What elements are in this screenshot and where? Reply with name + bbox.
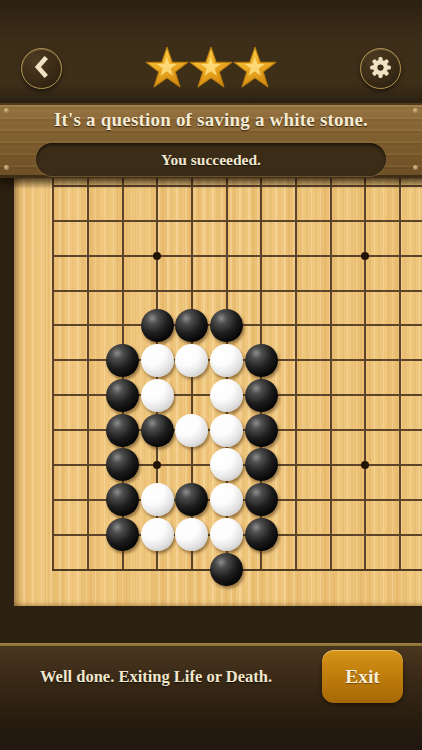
- black-stone: [245, 379, 278, 412]
- back-button[interactable]: [21, 48, 62, 89]
- white-stone: [175, 344, 208, 377]
- white-stone: [141, 344, 174, 377]
- exit-button[interactable]: Exit: [322, 650, 403, 703]
- white-stone: [141, 483, 174, 516]
- black-stone: [245, 518, 278, 551]
- app-screen: It's a question of saving a white stone.…: [0, 0, 422, 750]
- grid-line-vertical: [52, 178, 54, 571]
- status-text: You succeeded.: [161, 151, 261, 169]
- board-top-shadow: [14, 178, 422, 189]
- back-icon: [31, 56, 53, 81]
- gear-icon: [368, 55, 393, 83]
- white-stone: [210, 414, 243, 447]
- top-bar: [0, 0, 422, 103]
- status-banner: You succeeded.: [36, 143, 386, 176]
- black-stone: [245, 344, 278, 377]
- puzzle-title: It's a question of saving a white stone.: [0, 109, 422, 131]
- go-board[interactable]: [14, 178, 422, 606]
- black-stone: [175, 309, 208, 342]
- white-stone: [210, 344, 243, 377]
- white-stone: [210, 518, 243, 551]
- black-stone: [106, 483, 139, 516]
- rivet-icon: [4, 165, 9, 170]
- grid-line-horizontal: [52, 185, 422, 187]
- white-stone: [141, 518, 174, 551]
- grid-line-vertical: [295, 178, 297, 571]
- black-stone: [245, 483, 278, 516]
- grid-line-vertical: [87, 178, 89, 571]
- rivet-icon: [413, 165, 418, 170]
- star-icon: [144, 45, 190, 91]
- black-stone: [106, 379, 139, 412]
- black-stone: [141, 309, 174, 342]
- black-stone: [245, 414, 278, 447]
- grid-line-horizontal: [52, 220, 422, 222]
- star-point: [361, 461, 369, 469]
- white-stone: [175, 518, 208, 551]
- settings-button[interactable]: [360, 48, 401, 89]
- title-plank: It's a question of saving a white stone.…: [0, 103, 422, 178]
- black-stone: [106, 344, 139, 377]
- star-point: [361, 252, 369, 260]
- star-point: [153, 461, 161, 469]
- stars-rating: [142, 43, 280, 93]
- white-stone: [141, 379, 174, 412]
- footer-message: Well done. Exiting Life or Death.: [40, 667, 272, 687]
- star-icon: [188, 45, 234, 91]
- grid-line-vertical: [364, 178, 366, 571]
- white-stone: [210, 483, 243, 516]
- black-stone: [175, 483, 208, 516]
- black-stone: [245, 448, 278, 481]
- white-stone: [175, 414, 208, 447]
- grid-line-vertical: [399, 178, 401, 571]
- black-stone: [141, 414, 174, 447]
- grid-line-vertical: [330, 178, 332, 571]
- grid-line-horizontal: [52, 290, 422, 292]
- white-stone: [210, 379, 243, 412]
- white-stone: [210, 448, 243, 481]
- star-icon: [232, 45, 278, 91]
- black-stone: [106, 448, 139, 481]
- black-stone: [106, 414, 139, 447]
- black-stone: [106, 518, 139, 551]
- black-stone: [210, 309, 243, 342]
- star-point: [153, 252, 161, 260]
- footer-bar: Well done. Exiting Life or Death. Exit: [0, 646, 422, 750]
- black-stone: [210, 553, 243, 586]
